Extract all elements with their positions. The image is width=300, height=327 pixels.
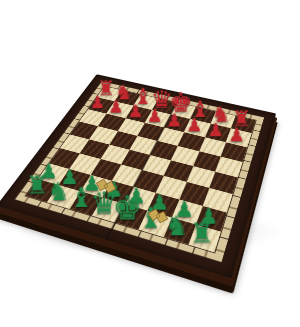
red-pawn: ♟ [222, 125, 251, 144]
product-photo: ♜♞♝♛♚♝♞♜♟♟♟♟♟♟♟♟♟♟♟♟♟♟♟♟♜♞♝♛♚♝♞♜ [0, 0, 300, 327]
square-h7: ♟ [226, 128, 252, 147]
scene-3d: ♜♞♝♛♚♝♞♜♟♟♟♟♟♟♟♟♟♟♟♟♟♟♟♟♜♞♝♛♚♝♞♜ [0, 0, 300, 327]
chess-board: ♜♞♝♛♚♝♞♜♟♟♟♟♟♟♟♟♟♟♟♟♟♟♟♟♜♞♝♛♚♝♞♜ [0, 74, 276, 278]
green-rook: ♜ [184, 220, 220, 248]
folding-chess-box: ♜♞♝♛♚♝♞♜♟♟♟♟♟♟♟♟♟♟♟♟♟♟♟♟♜♞♝♛♚♝♞♜ [0, 74, 276, 278]
